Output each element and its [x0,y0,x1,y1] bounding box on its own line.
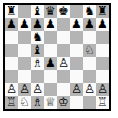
square-h1[interactable]: ♖ [96,96,109,109]
square-g5[interactable]: ♘ [83,44,96,57]
black-pawn-icon: ♟ [19,18,30,31]
black-rook-icon: ♜ [6,5,17,18]
square-f6[interactable] [70,31,83,44]
white-king-icon: ♔ [58,96,69,109]
square-g6[interactable] [83,31,96,44]
square-f1[interactable] [70,96,83,109]
square-d8[interactable]: ♛ [44,5,57,18]
black-pawn-icon: ♟ [32,18,43,31]
square-b3[interactable] [18,70,31,83]
black-king-icon: ♚ [58,5,69,18]
square-f2[interactable]: ♙ [70,83,83,96]
square-h6[interactable] [96,31,109,44]
square-f8[interactable] [70,5,83,18]
white-pawn-icon: ♙ [6,83,17,96]
square-c4[interactable]: ♗ [31,57,44,70]
board-frame: ♜♝♛♚♞♜♟♟♟♟♟♟♟♞♝♘♗♟♙♙♙♙♙♙♙♖♘♗♕♔♖ [3,3,111,111]
white-pawn-icon: ♙ [58,57,69,70]
square-c6[interactable]: ♞ [31,31,44,44]
square-e1[interactable]: ♔ [57,96,70,109]
square-f7[interactable]: ♟ [70,18,83,31]
square-g4[interactable] [83,57,96,70]
square-g2[interactable]: ♙ [83,83,96,96]
square-b2[interactable]: ♙ [18,83,31,96]
chess-diagram: ♜♝♛♚♞♜♟♟♟♟♟♟♟♞♝♘♗♟♙♙♙♙♙♙♙♖♘♗♕♔♖ [0,0,118,118]
square-f5[interactable] [70,44,83,57]
square-f3[interactable] [70,70,83,83]
square-d2[interactable] [44,83,57,96]
square-a3[interactable] [5,70,18,83]
black-rook-icon: ♜ [97,5,108,18]
white-pawn-icon: ♙ [97,83,108,96]
square-c1[interactable]: ♗ [31,96,44,109]
square-d5[interactable] [44,44,57,57]
black-pawn-icon: ♟ [84,18,95,31]
square-g1[interactable] [83,96,96,109]
chess-board: ♜♝♛♚♞♜♟♟♟♟♟♟♟♞♝♘♗♟♙♙♙♙♙♙♙♖♘♗♕♔♖ [5,5,109,109]
square-h7[interactable]: ♟ [96,18,109,31]
white-knight-icon: ♘ [84,44,95,57]
square-e8[interactable]: ♚ [57,5,70,18]
white-bishop-icon: ♗ [32,96,43,109]
square-e4[interactable]: ♙ [57,57,70,70]
square-h4[interactable] [96,57,109,70]
square-h3[interactable] [96,70,109,83]
square-a2[interactable]: ♙ [5,83,18,96]
square-a7[interactable]: ♟ [5,18,18,31]
square-e2[interactable] [57,83,70,96]
white-queen-icon: ♕ [45,96,56,109]
square-d3[interactable] [44,70,57,83]
black-pawn-icon: ♟ [97,18,108,31]
white-pawn-icon: ♙ [71,83,82,96]
white-pawn-icon: ♙ [32,83,43,96]
square-b7[interactable]: ♟ [18,18,31,31]
white-rook-icon: ♖ [6,96,17,109]
square-h2[interactable]: ♙ [96,83,109,96]
square-a5[interactable] [5,44,18,57]
square-c8[interactable]: ♝ [31,5,44,18]
square-a1[interactable]: ♖ [5,96,18,109]
square-d4[interactable]: ♟ [44,57,57,70]
white-pawn-icon: ♙ [84,83,95,96]
square-b8[interactable] [18,5,31,18]
white-knight-icon: ♘ [19,96,30,109]
square-c5[interactable]: ♝ [31,44,44,57]
square-b4[interactable] [18,57,31,70]
square-g3[interactable] [83,70,96,83]
square-d6[interactable] [44,31,57,44]
square-g7[interactable]: ♟ [83,18,96,31]
square-e3[interactable] [57,70,70,83]
square-e5[interactable] [57,44,70,57]
square-b5[interactable] [18,44,31,57]
square-c7[interactable]: ♟ [31,18,44,31]
white-pawn-icon: ♙ [19,83,30,96]
black-pawn-icon: ♟ [45,18,56,31]
square-e7[interactable] [57,18,70,31]
square-b6[interactable] [18,31,31,44]
black-pawn-icon: ♟ [6,18,17,31]
black-queen-icon: ♛ [45,5,56,18]
black-bishop-icon: ♝ [32,44,43,57]
square-g8[interactable]: ♞ [83,5,96,18]
square-a8[interactable]: ♜ [5,5,18,18]
square-b1[interactable]: ♘ [18,96,31,109]
square-h5[interactable] [96,44,109,57]
black-knight-icon: ♞ [32,31,43,44]
square-d7[interactable]: ♟ [44,18,57,31]
square-c3[interactable] [31,70,44,83]
black-pawn-icon: ♟ [71,18,82,31]
square-e6[interactable] [57,31,70,44]
white-rook-icon: ♖ [97,96,108,109]
square-c2[interactable]: ♙ [31,83,44,96]
black-bishop-icon: ♝ [32,5,43,18]
square-f4[interactable] [70,57,83,70]
black-knight-icon: ♞ [84,5,95,18]
square-a6[interactable] [5,31,18,44]
square-a4[interactable] [5,57,18,70]
black-pawn-icon: ♟ [45,57,56,70]
square-h8[interactable]: ♜ [96,5,109,18]
square-d1[interactable]: ♕ [44,96,57,109]
white-bishop-icon: ♗ [32,57,43,70]
